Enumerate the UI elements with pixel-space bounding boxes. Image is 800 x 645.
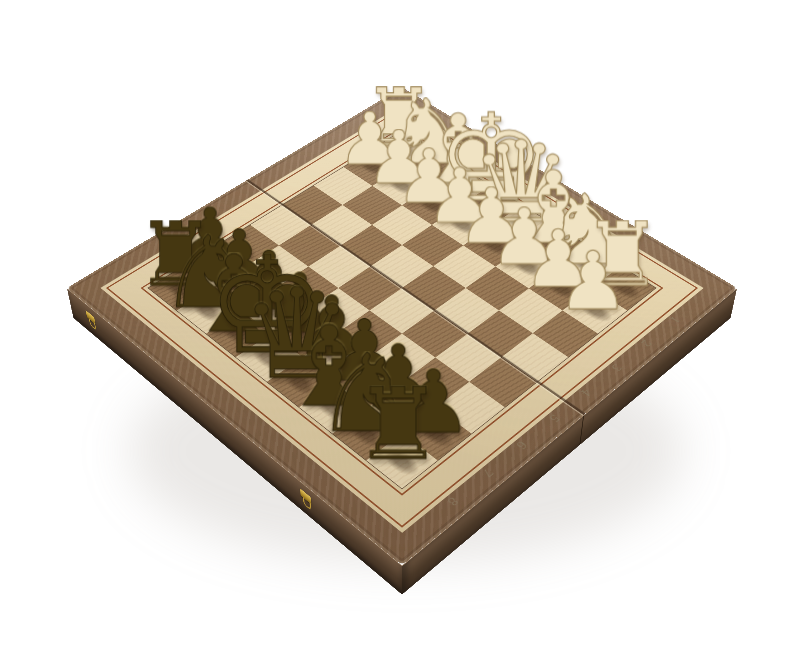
piece-black-rook-a8[interactable]: ♜ [336, 385, 460, 464]
scene: 12345678 ♜♞♝♚♛♝♞♜♟♟♟♟♟♟♟♟♟♟♟♟♟♟♟♟♜♞♝♚♛♝♞… [102, 0, 702, 588]
piece-white-pawn-a2[interactable]: ♟ [537, 249, 649, 313]
photo-stage: 12345678 ♜♞♝♚♛♝♞♜♟♟♟♟♟♟♟♟♟♟♟♟♟♟♟♟♜♞♝♚♛♝♞… [0, 0, 800, 645]
fold-seam-side [579, 416, 584, 446]
brass-clasp-left [86, 310, 96, 324]
brass-clasp-right [300, 488, 311, 504]
chess-box: 12345678 ♜♞♝♚♛♝♞♜♟♟♟♟♟♟♟♟♟♟♟♟♟♟♟♟♜♞♝♚♛♝♞… [67, 87, 737, 565]
